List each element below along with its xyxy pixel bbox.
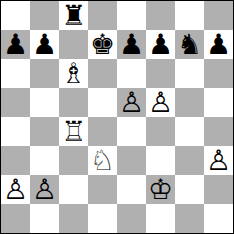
black-rook[interactable]: ♜ xyxy=(61,1,86,30)
square-f3[interactable] xyxy=(146,146,175,175)
square-a5[interactable] xyxy=(1,88,30,117)
white-rook[interactable]: ♖ xyxy=(61,117,86,146)
square-e7[interactable]: ♟ xyxy=(117,30,146,59)
square-f6[interactable] xyxy=(146,59,175,88)
black-pawn[interactable]: ♟ xyxy=(3,30,28,59)
chess-board: ♜♟♟♚♟♟♞♟♗♙♙♖♘♙♙♙♔ xyxy=(0,0,234,234)
square-f5[interactable]: ♙ xyxy=(146,88,175,117)
square-e8[interactable] xyxy=(117,1,146,30)
white-king[interactable]: ♔ xyxy=(148,175,173,204)
black-pawn[interactable]: ♟ xyxy=(206,30,231,59)
square-b1[interactable] xyxy=(30,204,59,233)
white-pawn[interactable]: ♙ xyxy=(32,175,57,204)
square-h6[interactable] xyxy=(204,59,233,88)
white-pawn[interactable]: ♙ xyxy=(206,146,231,175)
square-g3[interactable] xyxy=(175,146,204,175)
square-h1[interactable] xyxy=(204,204,233,233)
square-e4[interactable] xyxy=(117,117,146,146)
square-h2[interactable] xyxy=(204,175,233,204)
square-d2[interactable] xyxy=(88,175,117,204)
black-pawn[interactable]: ♟ xyxy=(119,30,144,59)
square-g2[interactable] xyxy=(175,175,204,204)
square-d6[interactable] xyxy=(88,59,117,88)
black-pawn[interactable]: ♟ xyxy=(148,30,173,59)
square-d3[interactable]: ♘ xyxy=(88,146,117,175)
square-a7[interactable]: ♟ xyxy=(1,30,30,59)
white-knight[interactable]: ♘ xyxy=(90,146,115,175)
square-b3[interactable] xyxy=(30,146,59,175)
square-b6[interactable] xyxy=(30,59,59,88)
square-c4[interactable]: ♖ xyxy=(59,117,88,146)
square-c8[interactable]: ♜ xyxy=(59,1,88,30)
square-c5[interactable] xyxy=(59,88,88,117)
square-b7[interactable]: ♟ xyxy=(30,30,59,59)
square-g5[interactable] xyxy=(175,88,204,117)
square-g8[interactable] xyxy=(175,1,204,30)
black-king[interactable]: ♚ xyxy=(90,30,115,59)
square-e3[interactable] xyxy=(117,146,146,175)
white-bishop[interactable]: ♗ xyxy=(61,59,86,88)
square-d8[interactable] xyxy=(88,1,117,30)
square-a2[interactable]: ♙ xyxy=(1,175,30,204)
square-f4[interactable] xyxy=(146,117,175,146)
square-e1[interactable] xyxy=(117,204,146,233)
square-b8[interactable] xyxy=(30,1,59,30)
square-f7[interactable]: ♟ xyxy=(146,30,175,59)
square-b5[interactable] xyxy=(30,88,59,117)
square-g6[interactable] xyxy=(175,59,204,88)
square-h8[interactable] xyxy=(204,1,233,30)
square-c1[interactable] xyxy=(59,204,88,233)
square-d5[interactable] xyxy=(88,88,117,117)
black-pawn[interactable]: ♟ xyxy=(32,30,57,59)
square-c6[interactable]: ♗ xyxy=(59,59,88,88)
square-e2[interactable] xyxy=(117,175,146,204)
square-g7[interactable]: ♞ xyxy=(175,30,204,59)
square-a3[interactable] xyxy=(1,146,30,175)
black-knight[interactable]: ♞ xyxy=(177,30,202,59)
square-h7[interactable]: ♟ xyxy=(204,30,233,59)
square-b4[interactable] xyxy=(30,117,59,146)
square-a1[interactable] xyxy=(1,204,30,233)
square-a8[interactable] xyxy=(1,1,30,30)
white-pawn[interactable]: ♙ xyxy=(148,88,173,117)
white-pawn[interactable]: ♙ xyxy=(3,175,28,204)
square-d7[interactable]: ♚ xyxy=(88,30,117,59)
square-g1[interactable] xyxy=(175,204,204,233)
square-b2[interactable]: ♙ xyxy=(30,175,59,204)
square-d1[interactable] xyxy=(88,204,117,233)
square-a6[interactable] xyxy=(1,59,30,88)
square-f1[interactable] xyxy=(146,204,175,233)
square-e5[interactable]: ♙ xyxy=(117,88,146,117)
white-pawn[interactable]: ♙ xyxy=(119,88,144,117)
square-h5[interactable] xyxy=(204,88,233,117)
square-h3[interactable]: ♙ xyxy=(204,146,233,175)
square-f8[interactable] xyxy=(146,1,175,30)
square-e6[interactable] xyxy=(117,59,146,88)
square-c7[interactable] xyxy=(59,30,88,59)
square-c3[interactable] xyxy=(59,146,88,175)
square-d4[interactable] xyxy=(88,117,117,146)
square-f2[interactable]: ♔ xyxy=(146,175,175,204)
square-c2[interactable] xyxy=(59,175,88,204)
square-h4[interactable] xyxy=(204,117,233,146)
square-g4[interactable] xyxy=(175,117,204,146)
square-a4[interactable] xyxy=(1,117,30,146)
